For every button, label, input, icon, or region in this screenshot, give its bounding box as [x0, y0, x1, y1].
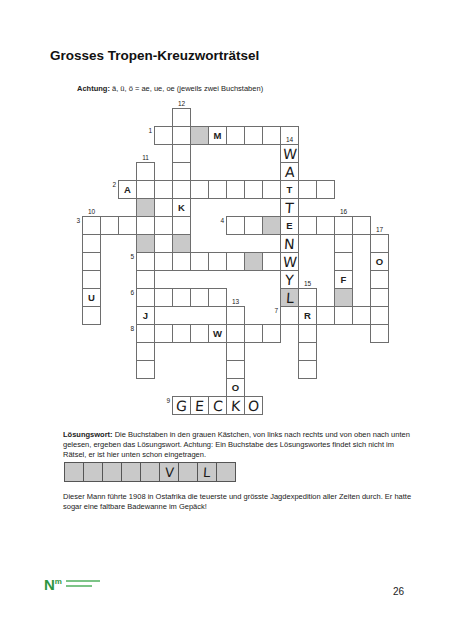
grid-cell[interactable]	[226, 360, 245, 379]
grid-cell[interactable]: O	[244, 396, 263, 415]
cell-letter: L	[285, 290, 294, 306]
grid-cell[interactable]: G	[172, 396, 191, 415]
grid-cell[interactable]: Y	[280, 270, 299, 289]
grid-cell[interactable]	[190, 288, 209, 307]
grid-cell[interactable]	[136, 162, 155, 181]
grid-cell[interactable]	[82, 216, 101, 235]
naturmuseum-logo: Nm	[44, 576, 62, 594]
grid-cell[interactable]	[316, 216, 335, 235]
grid-cell[interactable]: W	[280, 144, 299, 163]
grid-cell[interactable]	[334, 306, 353, 325]
crossword-grid: MWAATKTENWOYFULJRWOGECKO1234567891011121…	[0, 0, 452, 452]
cell-letter: A	[284, 164, 295, 180]
solution-box[interactable]: L	[197, 462, 217, 482]
grid-cell[interactable]	[298, 288, 317, 307]
solution-lead: Lösungswort:	[63, 430, 113, 439]
solution-box[interactable]	[102, 462, 122, 482]
grid-cell[interactable]: J	[136, 306, 155, 325]
cell-letter: O	[247, 398, 259, 414]
cell-letter: E	[286, 220, 292, 231]
grid-cell[interactable]	[190, 252, 209, 271]
solution-box[interactable]	[121, 462, 141, 482]
grid-cell[interactable]	[226, 126, 245, 145]
logo-text-line	[66, 585, 92, 587]
cell-letter: O	[232, 382, 239, 393]
solution-letter: V	[164, 465, 174, 480]
grid-cell[interactable]	[244, 324, 263, 343]
clue-number: 6	[125, 289, 134, 296]
solution-box[interactable]	[178, 462, 198, 482]
clue-number: 10	[83, 208, 100, 215]
solution-box[interactable]: V	[159, 462, 179, 482]
grid-cell[interactable]: E	[190, 396, 209, 415]
grid-cell[interactable]	[208, 288, 227, 307]
grid-cell[interactable]: K	[226, 396, 245, 415]
cell-letter: N	[284, 236, 296, 252]
grid-cell[interactable]	[208, 252, 227, 271]
clue-number: 13	[227, 298, 244, 305]
clue-number: 8	[125, 325, 134, 332]
grid-cell[interactable]	[172, 144, 191, 163]
grid-cell[interactable]	[208, 180, 227, 199]
grid-cell[interactable]: M	[208, 126, 227, 145]
grid-cell[interactable]	[370, 324, 389, 343]
grid-cell[interactable]	[82, 234, 101, 253]
grid-cell[interactable]: O	[370, 252, 389, 271]
grid-cell[interactable]	[136, 270, 155, 289]
solution-box[interactable]	[83, 462, 103, 482]
cell-letter: T	[287, 184, 293, 195]
grid-cell[interactable]	[172, 288, 191, 307]
grid-cell[interactable]: A	[118, 180, 137, 199]
grid-cell[interactable]	[334, 234, 353, 253]
grid-cell[interactable]	[334, 216, 353, 235]
grid-cell[interactable]	[100, 216, 119, 235]
cell-letter: W	[282, 254, 297, 270]
grid-cell[interactable]	[172, 180, 191, 199]
cell-letter: K	[230, 398, 240, 414]
clue-number: 4	[215, 217, 224, 224]
grid-cell[interactable]: W	[280, 252, 299, 271]
cell-letter: U	[88, 292, 95, 303]
grid-cell[interactable]	[136, 288, 155, 307]
grid-cell[interactable]: E	[280, 216, 299, 235]
grid-cell[interactable]	[298, 360, 317, 379]
grid-cell[interactable]	[172, 234, 191, 253]
grid-cell[interactable]	[244, 180, 263, 199]
grid-cell[interactable]: O	[226, 378, 245, 397]
cell-letter: T	[285, 200, 295, 216]
grid-cell[interactable]	[316, 306, 335, 325]
grid-cell[interactable]	[352, 306, 371, 325]
grid-cell[interactable]	[244, 126, 263, 145]
grid-cell[interactable]	[244, 216, 263, 235]
solution-box[interactable]	[140, 462, 160, 482]
grid-cell[interactable]	[154, 324, 173, 343]
cell-letter: J	[143, 310, 148, 321]
grid-cell[interactable]	[82, 270, 101, 289]
cell-letter: R	[304, 310, 311, 321]
grid-cell[interactable]	[190, 180, 209, 199]
grid-cell[interactable]: L	[280, 288, 299, 307]
grid-cell[interactable]	[136, 252, 155, 271]
clue-number: 2	[107, 181, 116, 188]
grid-cell[interactable]	[190, 324, 209, 343]
grid-cell[interactable]	[82, 306, 101, 325]
logo-text-line	[66, 580, 100, 582]
grid-cell[interactable]	[370, 288, 389, 307]
page-number: 26	[393, 586, 404, 597]
logo-letter-m: m	[55, 577, 62, 586]
solution-box[interactable]	[216, 462, 236, 482]
grid-cell[interactable]	[316, 180, 335, 199]
grid-cell[interactable]	[154, 180, 173, 199]
clue-number: 1	[143, 127, 152, 134]
grid-cell[interactable]: A	[280, 162, 299, 181]
clue-number: 16	[335, 208, 352, 215]
cell-letter: K	[178, 202, 185, 213]
grid-cell[interactable]	[262, 126, 281, 145]
grid-cell[interactable]	[154, 126, 173, 145]
clue-number: 7	[269, 307, 278, 314]
grid-cell[interactable]	[154, 216, 173, 235]
grid-cell[interactable]: C	[208, 396, 227, 415]
grid-cell[interactable]	[154, 252, 173, 271]
clue-number: 11	[137, 154, 154, 161]
grid-cell[interactable]	[172, 216, 191, 235]
cell-letter: W	[213, 328, 222, 339]
grid-cell[interactable]: R	[298, 306, 317, 325]
grid-cell[interactable]	[352, 216, 371, 235]
grid-cell[interactable]	[226, 306, 245, 325]
solution-box[interactable]	[64, 462, 84, 482]
grid-cell[interactable]	[280, 306, 299, 325]
clue-number: 14	[281, 136, 298, 143]
grid-cell[interactable]	[172, 252, 191, 271]
grid-cell[interactable]	[172, 324, 191, 343]
solution-text: Die Buchstaben in den grauen Kästchen, v…	[63, 430, 410, 459]
grid-cell[interactable]	[226, 324, 245, 343]
cell-letter: O	[376, 256, 383, 267]
grid-cell[interactable]	[298, 324, 317, 343]
grid-cell[interactable]	[262, 216, 281, 235]
grid-cell[interactable]	[136, 180, 155, 199]
solution-letter: L	[203, 465, 211, 480]
grid-cell[interactable]: N	[280, 234, 299, 253]
grid-cell[interactable]	[136, 198, 155, 217]
grid-cell[interactable]	[136, 234, 155, 253]
grid-cell[interactable]	[172, 126, 191, 145]
grid-cell[interactable]	[226, 180, 245, 199]
grid-cell[interactable]	[262, 252, 281, 271]
grid-cell[interactable]	[136, 216, 155, 235]
clue-number: 9	[161, 397, 170, 404]
grid-cell[interactable]	[298, 216, 317, 235]
solution-instructions: Lösungswort: Die Buchstaben in den graue…	[63, 430, 415, 459]
cell-letter: C	[212, 398, 223, 414]
cell-letter: G	[176, 398, 188, 414]
cell-letter: W	[282, 146, 297, 162]
grid-cell[interactable]	[136, 360, 155, 379]
grid-cell[interactable]	[172, 108, 191, 127]
grid-cell[interactable]	[334, 288, 353, 307]
grid-cell[interactable]: K	[172, 198, 191, 217]
grid-cell[interactable]	[262, 324, 281, 343]
grid-cell[interactable]	[370, 270, 389, 289]
clue-number: 17	[371, 226, 388, 233]
grid-cell[interactable]	[334, 252, 353, 271]
grid-cell[interactable]	[226, 216, 245, 235]
grid-cell[interactable]: T	[280, 180, 299, 199]
clue-number: 5	[125, 253, 134, 260]
grid-cell[interactable]	[262, 180, 281, 199]
grid-cell[interactable]	[244, 252, 263, 271]
grid-cell[interactable]: F	[334, 270, 353, 289]
cell-letter: E	[195, 398, 205, 414]
grid-cell[interactable]	[190, 126, 209, 145]
grid-cell[interactable]: T	[280, 198, 299, 217]
grid-cell[interactable]	[370, 234, 389, 253]
grid-cell[interactable]	[154, 288, 173, 307]
grid-cell[interactable]	[226, 252, 245, 271]
grid-cell[interactable]	[298, 342, 317, 361]
final-clue: Dieser Mann führte 1908 in Ostafrika die…	[63, 492, 415, 512]
clue-number: 12	[173, 100, 190, 107]
grid-cell[interactable]	[370, 306, 389, 325]
worksheet-page: Grosses Tropen-Kreuzworträtsel Achtung: …	[0, 0, 452, 640]
clue-number: 3	[71, 217, 80, 224]
clue-number: 15	[299, 280, 316, 287]
grid-cell[interactable]: W	[208, 324, 227, 343]
grid-cell[interactable]	[82, 252, 101, 271]
grid-cell[interactable]	[136, 342, 155, 361]
cell-letter: Y	[285, 272, 295, 288]
grid-cell[interactable]	[118, 216, 137, 235]
cell-letter: M	[214, 130, 222, 141]
cell-letter: F	[341, 274, 347, 285]
cell-letter: A	[124, 184, 131, 195]
grid-cell[interactable]	[136, 324, 155, 343]
grid-cell[interactable]	[172, 162, 191, 181]
grid-cell[interactable]	[226, 342, 245, 361]
grid-cell[interactable]: U	[82, 288, 101, 307]
grid-cell[interactable]	[298, 180, 317, 199]
logo-letter-n: N	[44, 576, 55, 593]
